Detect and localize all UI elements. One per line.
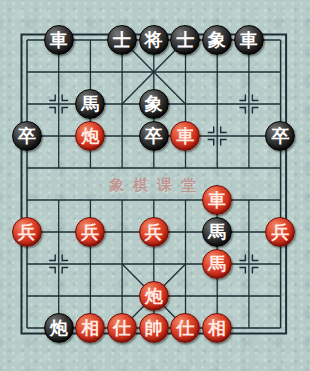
piece-red-soldier[interactable]: 兵 [265, 217, 295, 247]
piece-red-soldier[interactable]: 兵 [139, 217, 169, 247]
piece-red-chariot[interactable]: 車 [170, 121, 200, 151]
piece-red-cannon[interactable]: 炮 [75, 121, 105, 151]
piece-black-horse[interactable]: 馬 [75, 89, 105, 119]
piece-black-elephant[interactable]: 象 [139, 89, 169, 119]
piece-black-chariot[interactable]: 車 [44, 25, 74, 55]
piece-red-general[interactable]: 帥 [139, 313, 169, 343]
piece-red-cannon[interactable]: 炮 [139, 281, 169, 311]
piece-black-elephant[interactable]: 象 [202, 25, 232, 55]
piece-black-advisor[interactable]: 士 [107, 25, 137, 55]
piece-red-elephant[interactable]: 相 [75, 313, 105, 343]
piece-black-soldier[interactable]: 卒 [139, 121, 169, 151]
piece-red-advisor[interactable]: 仕 [170, 313, 200, 343]
piece-red-chariot[interactable]: 車 [202, 185, 232, 215]
piece-red-soldier[interactable]: 兵 [12, 217, 42, 247]
piece-black-soldier[interactable]: 卒 [12, 121, 42, 151]
piece-red-soldier[interactable]: 兵 [75, 217, 105, 247]
board-intersections: 車士将士象車馬象卒炮卒車卒車兵兵兵馬兵馬炮炮相仕帥仕相 [11, 24, 296, 344]
piece-black-horse[interactable]: 馬 [202, 217, 232, 247]
piece-black-general[interactable]: 将 [139, 25, 169, 55]
piece-red-elephant[interactable]: 相 [202, 313, 232, 343]
piece-black-cannon[interactable]: 炮 [44, 313, 74, 343]
piece-red-horse[interactable]: 馬 [202, 249, 232, 279]
xiangqi-board: 象棋课堂 車士将士象車馬象卒炮卒車卒車兵兵兵馬兵馬炮炮相仕帥仕相 [0, 0, 310, 371]
piece-red-advisor[interactable]: 仕 [107, 313, 137, 343]
piece-black-chariot[interactable]: 車 [234, 25, 264, 55]
piece-black-advisor[interactable]: 士 [170, 25, 200, 55]
piece-black-soldier[interactable]: 卒 [265, 121, 295, 151]
